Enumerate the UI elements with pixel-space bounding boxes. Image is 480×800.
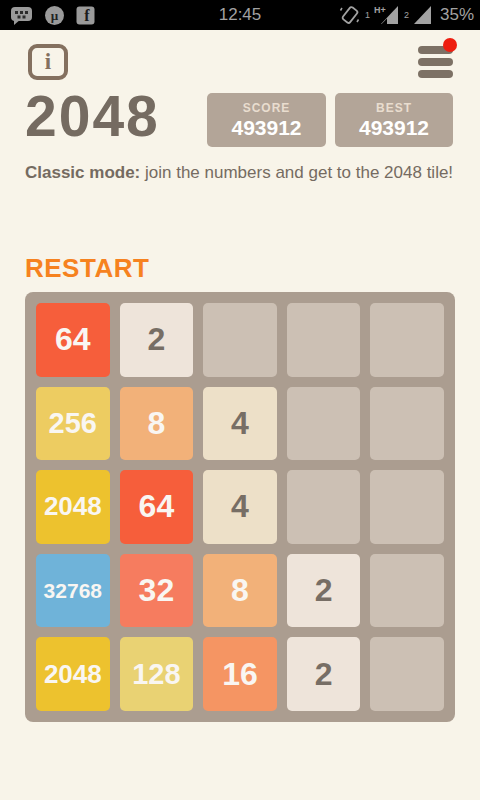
notification-icons: µ f bbox=[10, 0, 95, 30]
tile: 8 bbox=[203, 554, 277, 628]
tile: 4 bbox=[203, 470, 277, 544]
sim2-label: 2 bbox=[404, 10, 409, 20]
svg-text:H+: H+ bbox=[374, 5, 386, 15]
empty-cell bbox=[370, 554, 444, 628]
tile: 2 bbox=[120, 303, 194, 377]
tile: 8 bbox=[120, 387, 194, 461]
mode-description: Classic mode: join the numbers and get t… bbox=[25, 163, 453, 183]
empty-cell bbox=[370, 470, 444, 544]
best-box: BEST 493912 bbox=[335, 93, 453, 147]
empty-cell bbox=[287, 303, 361, 377]
tile: 2 bbox=[287, 554, 361, 628]
mode-text: join the numbers and get to the 2048 til… bbox=[140, 163, 453, 182]
status-bar: 12:45 µ f bbox=[0, 0, 480, 30]
score-value: 493912 bbox=[207, 115, 326, 141]
tile: 4 bbox=[203, 387, 277, 461]
restart-button[interactable]: RESTART bbox=[25, 253, 149, 284]
empty-cell bbox=[287, 387, 361, 461]
mode-label: Classic mode: bbox=[25, 163, 140, 182]
menu-button[interactable] bbox=[417, 44, 453, 78]
game-board[interactable]: 64 2 256 8 4 2048 64 4 32768 32 8 2 2048… bbox=[25, 292, 455, 722]
empty-cell bbox=[203, 303, 277, 377]
bbm-icon bbox=[10, 5, 33, 26]
empty-cell bbox=[287, 470, 361, 544]
notification-dot bbox=[443, 38, 457, 52]
tile: 32 bbox=[120, 554, 194, 628]
svg-text:µ: µ bbox=[51, 8, 59, 23]
utorrent-icon: µ bbox=[44, 5, 65, 26]
system-status-icons: 1 H+ 2 35% bbox=[339, 0, 474, 30]
tile: 16 bbox=[203, 637, 277, 711]
svg-text:f: f bbox=[84, 7, 90, 24]
tile: 256 bbox=[36, 387, 110, 461]
facebook-icon: f bbox=[76, 6, 95, 25]
score-box: SCORE 493912 bbox=[207, 93, 326, 147]
screen: 12:45 µ f bbox=[0, 0, 480, 800]
signal-sim1-icon: H+ bbox=[374, 4, 400, 26]
signal-sim2-icon bbox=[413, 4, 433, 26]
vibrate-icon bbox=[339, 4, 361, 26]
app-title: 2048 bbox=[25, 86, 160, 146]
info-button[interactable]: i bbox=[28, 44, 68, 80]
tile: 2048 bbox=[36, 637, 110, 711]
best-label: BEST bbox=[335, 101, 453, 115]
tile: 32768 bbox=[36, 554, 110, 628]
battery-percent: 35% bbox=[440, 5, 474, 25]
score-label: SCORE bbox=[207, 101, 326, 115]
tile: 2 bbox=[287, 637, 361, 711]
empty-cell bbox=[370, 637, 444, 711]
tile: 64 bbox=[36, 303, 110, 377]
best-value: 493912 bbox=[335, 115, 453, 141]
tile: 128 bbox=[120, 637, 194, 711]
tile: 2048 bbox=[36, 470, 110, 544]
sim1-label: 1 bbox=[365, 10, 370, 20]
empty-cell bbox=[370, 303, 444, 377]
tile: 64 bbox=[120, 470, 194, 544]
empty-cell bbox=[370, 387, 444, 461]
